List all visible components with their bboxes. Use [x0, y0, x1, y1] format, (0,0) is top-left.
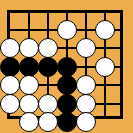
black-stone: ●: [38, 57, 58, 77]
white-stone: ○: [0, 38, 20, 58]
white-stone: ○: [76, 112, 96, 132]
white-stone: ○: [95, 57, 115, 77]
white-stone: ○: [19, 94, 39, 114]
white-stone: ○: [0, 94, 20, 114]
white-stone: ○: [19, 112, 39, 132]
white-stone: ○: [19, 38, 39, 58]
black-stone: ●: [57, 57, 77, 77]
go-board: ○○○○○○●●●●○○○●○○○○●○○○●○: [0, 0, 133, 133]
white-stone: ○: [76, 38, 96, 58]
white-stone: ○: [76, 94, 96, 114]
go-problem-thumbnail[interactable]: ○○○○○○●●●●○○○●○○○○●○○○●○: [0, 0, 133, 133]
white-stone: ○: [38, 38, 58, 58]
white-stone: ○: [76, 75, 96, 95]
white-stone: ○: [38, 94, 58, 114]
white-stone: ○: [95, 20, 115, 40]
white-stone: ○: [0, 75, 20, 95]
black-stone: ●: [57, 75, 77, 95]
white-stone: ○: [57, 20, 77, 40]
white-stone: ○: [19, 75, 39, 95]
board-stones: ○○○○○○●●●●○○○●○○○○●○○○●○: [0, 2, 133, 132]
black-stone: ●: [0, 57, 20, 77]
white-stone: ○: [38, 112, 58, 132]
black-stone: ●: [57, 94, 77, 114]
black-stone: ●: [57, 112, 77, 132]
black-stone: ●: [19, 57, 39, 77]
